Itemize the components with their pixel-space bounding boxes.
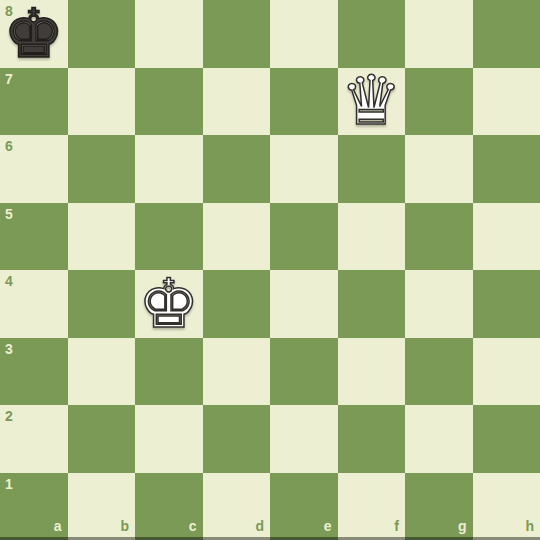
square-g6[interactable]: [405, 135, 473, 203]
square-b3[interactable]: [68, 338, 136, 406]
rank-label-3: 3: [5, 342, 13, 356]
rank-label-6: 6: [5, 139, 13, 153]
rank-label-5: 5: [5, 207, 13, 221]
square-g2[interactable]: [405, 405, 473, 473]
square-d5[interactable]: [203, 203, 271, 271]
file-label-c: c: [189, 519, 197, 533]
square-a5[interactable]: 5: [0, 203, 68, 271]
square-c7[interactable]: [135, 68, 203, 136]
square-b8[interactable]: [68, 0, 136, 68]
square-e4[interactable]: [270, 270, 338, 338]
rank-label-2: 2: [5, 409, 13, 423]
file-label-f: f: [394, 519, 399, 533]
rank-label-1: 1: [5, 477, 13, 491]
square-d7[interactable]: [203, 68, 271, 136]
square-a8[interactable]: 8♚: [0, 0, 68, 68]
square-h2[interactable]: [473, 405, 540, 473]
square-h1[interactable]: h: [473, 473, 540, 540]
file-label-b: b: [120, 519, 129, 533]
white-queen-f7[interactable]: ♛: [338, 68, 406, 136]
square-d8[interactable]: [203, 0, 271, 68]
square-d2[interactable]: [203, 405, 271, 473]
square-d3[interactable]: [203, 338, 271, 406]
file-label-e: e: [324, 519, 332, 533]
square-f1[interactable]: f: [338, 473, 406, 540]
square-a2[interactable]: 2: [0, 405, 68, 473]
square-a3[interactable]: 3: [0, 338, 68, 406]
square-f8[interactable]: [338, 0, 406, 68]
square-c3[interactable]: [135, 338, 203, 406]
square-g7[interactable]: [405, 68, 473, 136]
square-c4[interactable]: ♚: [135, 270, 203, 338]
square-d4[interactable]: [203, 270, 271, 338]
square-a7[interactable]: 7: [0, 68, 68, 136]
square-c1[interactable]: c: [135, 473, 203, 540]
square-h7[interactable]: [473, 68, 540, 136]
file-label-g: g: [458, 519, 467, 533]
file-label-h: h: [525, 519, 534, 533]
square-b6[interactable]: [68, 135, 136, 203]
square-g3[interactable]: [405, 338, 473, 406]
square-c6[interactable]: [135, 135, 203, 203]
square-b7[interactable]: [68, 68, 136, 136]
square-g1[interactable]: g: [405, 473, 473, 540]
square-h6[interactable]: [473, 135, 540, 203]
square-h3[interactable]: [473, 338, 540, 406]
square-a4[interactable]: 4: [0, 270, 68, 338]
rank-label-7: 7: [5, 72, 13, 86]
square-e8[interactable]: [270, 0, 338, 68]
file-label-d: d: [255, 519, 264, 533]
square-h4[interactable]: [473, 270, 540, 338]
square-d1[interactable]: d: [203, 473, 271, 540]
square-c5[interactable]: [135, 203, 203, 271]
square-h5[interactable]: [473, 203, 540, 271]
square-f6[interactable]: [338, 135, 406, 203]
square-c8[interactable]: [135, 0, 203, 68]
white-king-c4[interactable]: ♚: [135, 270, 203, 338]
square-e6[interactable]: [270, 135, 338, 203]
square-c2[interactable]: [135, 405, 203, 473]
square-a1[interactable]: 1a: [0, 473, 68, 540]
square-e1[interactable]: e: [270, 473, 338, 540]
square-d6[interactable]: [203, 135, 271, 203]
chess-board: 8♚7♛654♚321abcdefgh: [0, 0, 540, 540]
square-e3[interactable]: [270, 338, 338, 406]
square-f3[interactable]: [338, 338, 406, 406]
black-king-a8[interactable]: ♚: [0, 0, 68, 68]
file-label-a: a: [54, 519, 62, 533]
square-b2[interactable]: [68, 405, 136, 473]
square-b1[interactable]: b: [68, 473, 136, 540]
square-f2[interactable]: [338, 405, 406, 473]
square-g5[interactable]: [405, 203, 473, 271]
square-g4[interactable]: [405, 270, 473, 338]
square-e5[interactable]: [270, 203, 338, 271]
square-f7[interactable]: ♛: [338, 68, 406, 136]
square-b5[interactable]: [68, 203, 136, 271]
square-g8[interactable]: [405, 0, 473, 68]
square-h8[interactable]: [473, 0, 540, 68]
square-b4[interactable]: [68, 270, 136, 338]
square-f5[interactable]: [338, 203, 406, 271]
square-e2[interactable]: [270, 405, 338, 473]
rank-label-4: 4: [5, 274, 13, 288]
square-e7[interactable]: [270, 68, 338, 136]
square-a6[interactable]: 6: [0, 135, 68, 203]
square-f4[interactable]: [338, 270, 406, 338]
